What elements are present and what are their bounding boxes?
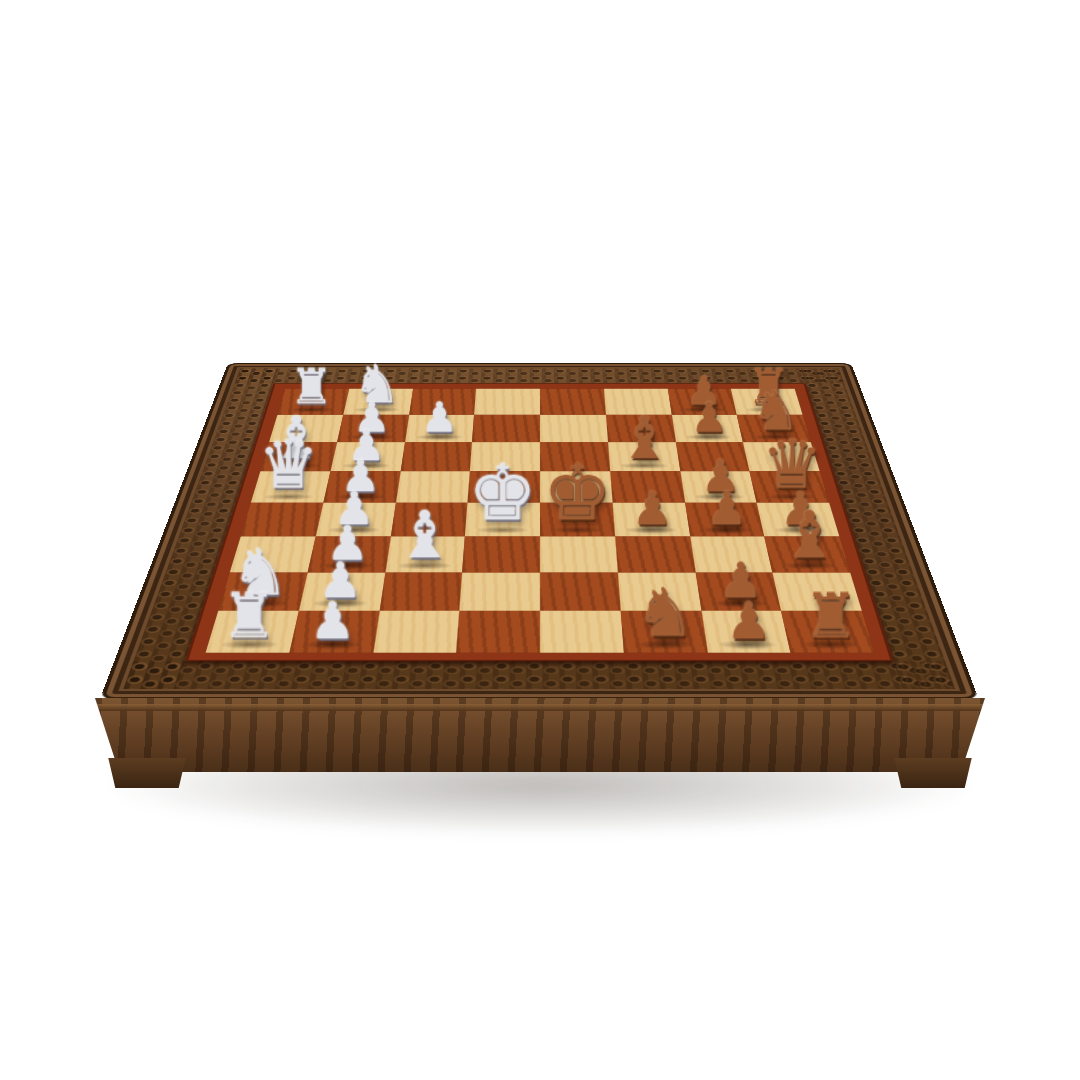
square-r8c1[interactable]: ♜ xyxy=(206,611,299,653)
square-r8c7[interactable]: ♟ xyxy=(701,611,791,653)
square-r7c3[interactable] xyxy=(379,572,462,611)
square-r8c3[interactable] xyxy=(373,611,460,653)
square-r6c5[interactable] xyxy=(540,536,618,572)
square-r2c4[interactable] xyxy=(472,415,540,443)
carved-walnut-frame: ♜♞♟♜♟♟♟♞♝♟♝♛♟♟♛♟♚♚♟♟♟♟♝♝♞♟♟♜♟♞♟♜ xyxy=(100,363,979,699)
square-r1c5[interactable] xyxy=(540,389,606,415)
copper-knight[interactable]: ♞ xyxy=(623,579,706,646)
square-r5c5[interactable]: ♚ xyxy=(540,503,615,537)
silver-pawn[interactable]: ♟ xyxy=(405,397,472,438)
copper-pawn[interactable]: ♟ xyxy=(689,485,763,531)
square-r8c6[interactable]: ♞ xyxy=(620,611,707,653)
square-r8c8[interactable]: ♜ xyxy=(781,611,874,653)
playing-surface-platform: ♜♞♟♜♟♟♟♞♝♟♝♛♟♟♛♟♚♚♟♟♟♟♝♝♞♟♟♜♟♞♟♜ xyxy=(185,383,893,661)
board-front-face xyxy=(95,698,985,772)
product-photo-stage: ♜♞♟♜♟♟♟♞♝♟♝♛♟♟♛♟♚♚♟♟♟♟♝♝♞♟♟♜♟♞♟♜ xyxy=(0,0,1080,1080)
silver-queen[interactable]: ♛ xyxy=(252,431,324,499)
silver-rook[interactable]: ♜ xyxy=(207,584,290,646)
chess-board-3d: ♜♞♟♜♟♟♟♞♝♟♝♛♟♟♛♟♚♚♟♟♟♟♝♝♞♟♟♜♟♞♟♜ xyxy=(100,363,979,699)
copper-pawn[interactable]: ♟ xyxy=(675,397,742,438)
silver-pawn[interactable]: ♟ xyxy=(291,595,374,646)
carved-border-bottom xyxy=(123,661,955,689)
board-foot-left xyxy=(103,758,191,788)
board-grid: ♜♞♟♜♟♟♟♞♝♟♝♛♟♟♛♟♚♚♟♟♟♟♝♝♞♟♟♜♟♞♟♜ xyxy=(206,389,875,653)
square-r1c4[interactable] xyxy=(474,389,540,415)
copper-pawn[interactable]: ♟ xyxy=(614,485,688,531)
square-r2c5[interactable] xyxy=(540,415,608,443)
silver-king[interactable]: ♚ xyxy=(466,454,540,531)
square-r6c4[interactable] xyxy=(462,536,540,572)
square-r8c4[interactable] xyxy=(456,611,540,653)
square-r7c4[interactable] xyxy=(460,572,540,611)
board-foot-right xyxy=(889,758,977,788)
front-molding xyxy=(95,704,985,711)
square-r6c6[interactable] xyxy=(615,536,695,572)
square-r3c3[interactable] xyxy=(400,442,472,471)
copper-king[interactable]: ♚ xyxy=(540,454,614,531)
copper-bishop[interactable]: ♝ xyxy=(610,408,680,467)
square-r5c7[interactable]: ♟ xyxy=(685,503,765,537)
square-r7c5[interactable] xyxy=(540,572,620,611)
copper-bishop[interactable]: ♝ xyxy=(771,502,848,567)
square-r5c4[interactable]: ♚ xyxy=(465,503,540,537)
square-r8c5[interactable] xyxy=(540,611,624,653)
copper-rook[interactable]: ♜ xyxy=(789,584,872,646)
square-r5c6[interactable]: ♟ xyxy=(612,503,689,537)
silver-bishop[interactable]: ♝ xyxy=(386,502,463,567)
square-r2c7[interactable]: ♟ xyxy=(671,415,743,443)
square-r2c3[interactable]: ♟ xyxy=(405,415,475,443)
square-r6c3[interactable]: ♝ xyxy=(385,536,465,572)
square-r8c2[interactable]: ♟ xyxy=(289,611,379,653)
square-r3c6[interactable]: ♝ xyxy=(608,442,680,471)
copper-pawn[interactable]: ♟ xyxy=(706,595,789,646)
